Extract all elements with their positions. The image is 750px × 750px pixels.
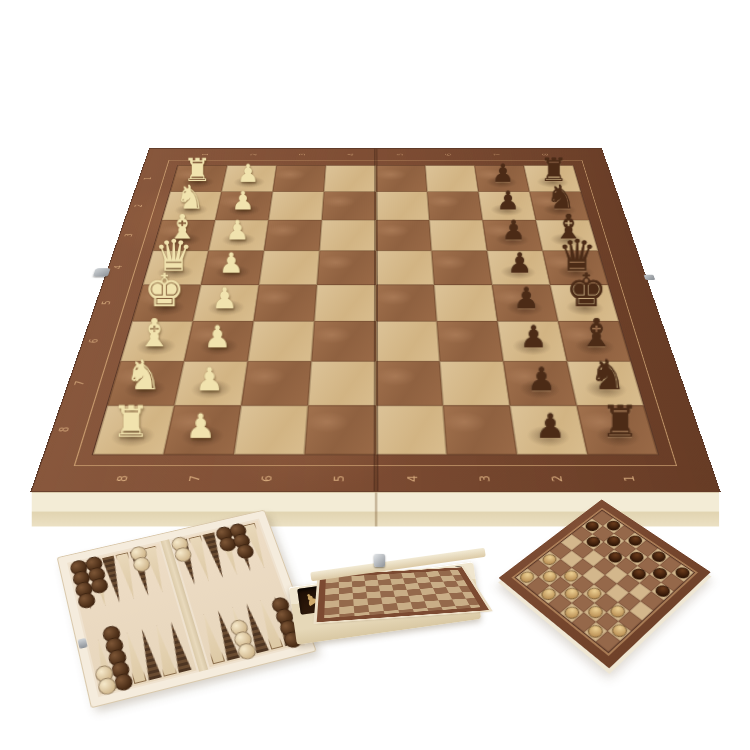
square-0-4 — [376, 166, 427, 192]
square-0-3 — [324, 166, 375, 192]
square-1-7: ♞ — [529, 192, 589, 220]
square-1-4 — [376, 192, 429, 220]
square-6-6: ♟ — [503, 361, 577, 405]
coord-label: 1 — [122, 177, 173, 180]
square-2-2 — [264, 220, 322, 251]
square-5-3 — [312, 321, 376, 361]
metal-latch-icon — [93, 268, 111, 276]
checkers-photo — [478, 458, 738, 698]
square-2-1: ♟ — [209, 220, 269, 251]
square-1-0: ♞ — [162, 192, 222, 220]
square-1-3 — [322, 192, 375, 220]
box-clasp-icon — [374, 554, 385, 567]
backgammon-photo — [62, 498, 307, 693]
storage-box-photo: ♟♞♝♟♜♟♞♟♛♟♝♟♜ — [286, 494, 491, 674]
black-knight-icon: ♞ — [589, 355, 626, 396]
black-rook-icon: ♜ — [601, 401, 640, 444]
white-pawn-icon: ♟ — [219, 250, 244, 278]
product-photo: ♜♟♟♜♞♟♟♞♝♟♟♝♛♟♟♛♚♟♟♚♝♟♟♝♞♟♟♞♜♟♟♜ 1234567… — [0, 0, 750, 750]
coord-label: 6 — [443, 142, 454, 166]
square-6-4 — [376, 361, 443, 405]
square-2-0: ♝ — [153, 220, 215, 251]
backgammon-board — [58, 511, 316, 707]
square-4-7: ♚ — [550, 285, 619, 322]
square-4-5 — [434, 285, 498, 322]
coord-label: 2 — [112, 204, 165, 207]
square-1-1: ♟ — [215, 192, 273, 220]
square-2-3 — [320, 220, 376, 251]
square-4-3 — [315, 285, 376, 322]
square-0-1: ♟ — [222, 166, 277, 192]
black-pawn-icon: ♟ — [496, 189, 519, 215]
square-1-2 — [269, 192, 324, 220]
white-knight-icon: ♞ — [125, 355, 162, 396]
coord-label: 4 — [89, 266, 147, 270]
black-pawn-icon: ♟ — [520, 322, 547, 352]
black-pawn-icon: ♟ — [507, 250, 532, 278]
square-7-4 — [376, 405, 447, 454]
white-pawn-icon: ♟ — [186, 410, 216, 444]
square-2-5 — [429, 220, 487, 251]
square-7-0: ♜ — [93, 405, 174, 454]
square-6-1: ♟ — [174, 361, 248, 405]
square-4-2 — [254, 285, 318, 322]
white-rook-icon: ♜ — [112, 401, 151, 444]
square-5-2 — [248, 321, 315, 361]
square-5-1: ♟ — [184, 321, 254, 361]
square-0-2 — [273, 166, 326, 192]
checkers-field — [516, 511, 694, 652]
checkers-board — [499, 499, 711, 668]
square-4-1: ♟ — [193, 285, 259, 322]
square-1-6: ♟ — [478, 192, 536, 220]
square-7-5 — [443, 405, 517, 454]
square-7-1: ♟ — [164, 405, 242, 454]
square-5-0: ♝ — [120, 321, 193, 361]
square-0-7: ♜ — [524, 166, 581, 192]
square-0-6: ♟ — [474, 166, 529, 192]
square-5-6: ♟ — [497, 321, 567, 361]
square-1-5 — [427, 192, 482, 220]
square-0-5 — [425, 166, 478, 192]
fold-seam — [373, 149, 378, 492]
black-pawn-icon: ♟ — [535, 410, 565, 444]
square-2-7: ♝ — [536, 220, 598, 251]
chess-board-surface: ♜♟♟♜♞♟♟♞♝♟♟♝♛♟♟♛♚♟♟♚♝♟♟♝♞♟♟♞♜♟♟♜ 1234567… — [32, 149, 719, 492]
square-4-0: ♚ — [132, 285, 201, 322]
square-4-4 — [376, 285, 437, 322]
square-0-0: ♜ — [170, 166, 227, 192]
square-6-0: ♞ — [107, 361, 184, 405]
backgammon-checker-stack — [94, 664, 115, 693]
coord-label: 4 — [346, 142, 355, 166]
square-6-3 — [308, 361, 375, 405]
black-pawn-icon: ♟ — [527, 364, 556, 396]
coord-label: 3 — [101, 234, 157, 237]
square-6-2 — [241, 361, 311, 405]
square-2-6: ♟ — [482, 220, 542, 251]
square-7-3 — [305, 405, 376, 454]
square-5-4 — [376, 321, 440, 361]
square-2-4 — [376, 220, 432, 251]
square-5-5 — [436, 321, 503, 361]
backgammon-latch-icon — [78, 638, 88, 649]
square-4-6: ♟ — [492, 285, 558, 322]
white-pawn-icon: ♟ — [195, 364, 224, 396]
square-6-5 — [439, 361, 509, 405]
square-7-6: ♟ — [510, 405, 588, 454]
backgammon-left-half — [69, 543, 196, 694]
square-7-7: ♜ — [577, 405, 658, 454]
white-pawn-icon: ♟ — [204, 322, 231, 352]
square-7-2 — [234, 405, 308, 454]
square-6-7: ♞ — [567, 361, 644, 405]
square-5-7: ♝ — [558, 321, 631, 361]
white-pawn-icon: ♟ — [232, 189, 255, 215]
coord-label: 5 — [395, 142, 404, 166]
